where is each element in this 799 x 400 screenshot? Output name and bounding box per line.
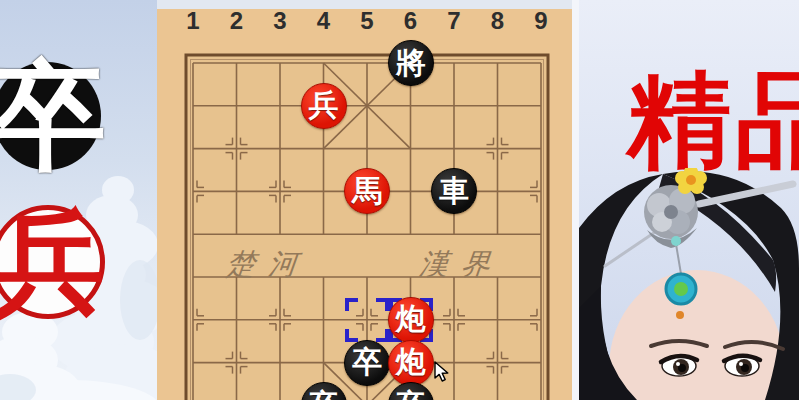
red-soldier-badge: 兵 [0, 205, 105, 319]
left-decoration-panel: 卒 兵 [0, 0, 157, 400]
column-label: 9 [534, 7, 547, 35]
column-label: 2 [230, 7, 243, 35]
column-labels: 123456789 [157, 0, 572, 36]
xiangqi-board[interactable]: 楚河 漢界 123456789 將兵馬車炮卒炮卒卒 [157, 0, 572, 400]
column-label: 6 [404, 7, 417, 35]
last-move-from-marker [345, 298, 389, 342]
right-decoration-panel: 精品 [579, 0, 799, 400]
red-soldier-badge-glyph: 兵 [0, 207, 104, 317]
screenshot-frame: 卒 兵 楚河 漢界 123456789 將兵馬車炮卒炮卒卒 精品 [0, 0, 799, 400]
woman-illustration [579, 168, 799, 400]
river-label-left: 楚河 [224, 247, 312, 281]
piece-red-cannon[interactable]: 炮 [388, 340, 434, 386]
column-label: 3 [273, 7, 286, 35]
column-label: 7 [447, 7, 460, 35]
river-label-right: 漢界 [417, 247, 505, 281]
black-soldier-badge: 卒 [0, 62, 101, 170]
piece-red-cannon[interactable]: 炮 [388, 297, 434, 343]
column-label: 4 [317, 7, 330, 35]
column-label: 1 [186, 7, 199, 35]
column-label: 5 [360, 7, 373, 35]
black-soldier-badge-glyph: 卒 [0, 62, 106, 170]
column-label: 8 [491, 7, 504, 35]
panel-divider [572, 0, 579, 400]
piece-black-soldier[interactable]: 卒 [344, 340, 390, 386]
piece-black-general[interactable]: 將 [388, 40, 434, 86]
piece-red-soldier[interactable]: 兵 [301, 83, 347, 129]
